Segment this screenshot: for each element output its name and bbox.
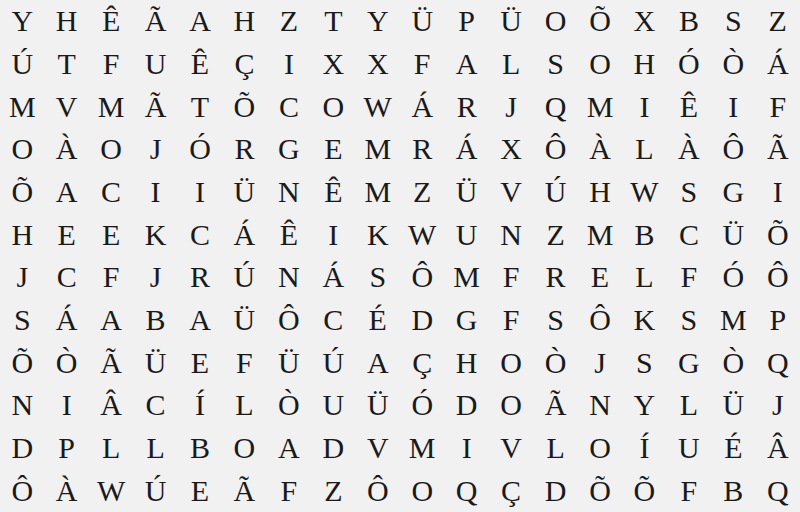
letter-cell[interactable]: U (133, 43, 177, 86)
letter-cell[interactable]: Á (222, 213, 266, 256)
letter-cell[interactable]: E (578, 256, 622, 299)
letter-cell[interactable]: M (356, 171, 400, 214)
letter-cell[interactable]: A (178, 0, 222, 43)
letter-cell[interactable]: C (178, 213, 222, 256)
letter-cell[interactable]: O (89, 128, 133, 171)
letter-cell[interactable]: Ü (711, 384, 755, 427)
letter-cell[interactable]: O (578, 43, 622, 86)
letter-cell[interactable]: Á (756, 43, 800, 86)
letter-cell[interactable]: W (356, 85, 400, 128)
letter-cell[interactable]: X (311, 43, 355, 86)
letter-cell[interactable]: C (133, 384, 177, 427)
letter-cell[interactable]: J (0, 256, 44, 299)
letter-cell[interactable]: Ü (356, 384, 400, 427)
letter-cell[interactable]: A (267, 427, 311, 470)
letter-cell[interactable]: S (622, 341, 666, 384)
letter-cell[interactable]: B (711, 469, 755, 512)
letter-cell[interactable]: L (667, 384, 711, 427)
letter-cell[interactable]: Õ (0, 341, 44, 384)
letter-cell[interactable]: D (0, 427, 44, 470)
letter-cell[interactable]: Ã (133, 85, 177, 128)
letter-cell[interactable]: Ò (711, 43, 755, 86)
letter-cell[interactable]: F (489, 256, 533, 299)
letter-cell[interactable]: Ê (267, 213, 311, 256)
letter-cell[interactable]: R (400, 128, 444, 171)
letter-cell[interactable]: L (533, 427, 577, 470)
letter-cell[interactable]: X (622, 0, 666, 43)
letter-cell[interactable]: Õ (0, 171, 44, 214)
letter-cell[interactable]: Ò (267, 384, 311, 427)
letter-cell[interactable]: L (622, 128, 666, 171)
letter-cell[interactable]: G (267, 128, 311, 171)
letter-cell[interactable]: Ú (311, 341, 355, 384)
letter-cell[interactable]: A (89, 299, 133, 342)
letter-cell[interactable]: D (444, 384, 488, 427)
letter-cell[interactable]: Ü (267, 341, 311, 384)
letter-cell[interactable]: Ü (489, 0, 533, 43)
letter-cell[interactable]: W (400, 213, 444, 256)
letter-cell[interactable]: F (667, 256, 711, 299)
letter-cell[interactable]: A (44, 171, 88, 214)
letter-cell[interactable]: Q (756, 341, 800, 384)
letter-cell[interactable]: I (178, 171, 222, 214)
letter-cell[interactable]: Ò (533, 341, 577, 384)
letter-cell[interactable]: I (444, 427, 488, 470)
letter-cell[interactable]: F (756, 85, 800, 128)
letter-cell[interactable]: Ü (133, 341, 177, 384)
letter-cell[interactable]: H (578, 171, 622, 214)
letter-cell[interactable]: I (267, 43, 311, 86)
letter-cell[interactable]: G (444, 299, 488, 342)
letter-cell[interactable]: É (356, 299, 400, 342)
letter-cell[interactable]: E (89, 213, 133, 256)
letter-cell[interactable]: B (133, 299, 177, 342)
letter-cell[interactable]: C (267, 85, 311, 128)
letter-cell[interactable]: T (44, 43, 88, 86)
letter-cell[interactable]: S (533, 43, 577, 86)
letter-cell[interactable]: O (578, 427, 622, 470)
letter-cell[interactable]: O (489, 341, 533, 384)
letter-cell[interactable]: L (89, 427, 133, 470)
letter-cell[interactable]: V (44, 85, 88, 128)
letter-cell[interactable]: E (178, 469, 222, 512)
letter-cell[interactable]: X (489, 128, 533, 171)
letter-cell[interactable]: Ô (533, 128, 577, 171)
letter-cell[interactable]: C (44, 256, 88, 299)
letter-cell[interactable]: Á (444, 128, 488, 171)
letter-cell[interactable]: K (356, 213, 400, 256)
letter-cell[interactable]: T (178, 85, 222, 128)
letter-cell[interactable]: D (533, 469, 577, 512)
letter-cell[interactable]: Í (622, 427, 666, 470)
letter-cell[interactable]: T (311, 0, 355, 43)
letter-cell[interactable]: J (756, 384, 800, 427)
letter-cell[interactable]: D (400, 299, 444, 342)
letter-cell[interactable]: O (489, 384, 533, 427)
letter-cell[interactable]: Z (400, 171, 444, 214)
letter-cell[interactable]: J (133, 128, 177, 171)
letter-cell[interactable]: I (622, 85, 666, 128)
letter-cell[interactable]: Ã (756, 128, 800, 171)
letter-cell[interactable]: V (489, 171, 533, 214)
letter-cell[interactable]: Ú (222, 256, 266, 299)
letter-cell[interactable]: Y (356, 0, 400, 43)
word-search-grid: YHÊÃAHZTYÜPÜOÕXBSZÚTFUÊÇIXXFALSOHÓÒÁMVMÃ… (0, 0, 800, 512)
letter-cell[interactable]: Õ (756, 213, 800, 256)
letter-cell[interactable]: O (533, 0, 577, 43)
letter-cell[interactable]: N (578, 384, 622, 427)
letter-cell[interactable]: N (0, 384, 44, 427)
letter-cell[interactable]: Ç (400, 341, 444, 384)
letter-cell[interactable]: Ú (133, 469, 177, 512)
letter-cell[interactable]: X (356, 43, 400, 86)
letter-cell[interactable]: Q (756, 469, 800, 512)
letter-cell[interactable]: M (711, 299, 755, 342)
letter-cell[interactable]: S (0, 299, 44, 342)
letter-cell[interactable]: A (356, 341, 400, 384)
letter-cell[interactable]: Ô (0, 469, 44, 512)
letter-cell[interactable]: Ú (533, 171, 577, 214)
letter-cell[interactable]: E (44, 213, 88, 256)
letter-cell[interactable]: B (622, 213, 666, 256)
letter-cell[interactable]: Ô (400, 256, 444, 299)
letter-cell[interactable]: H (222, 0, 266, 43)
letter-cell[interactable]: K (622, 299, 666, 342)
letter-cell[interactable]: C (667, 213, 711, 256)
letter-cell[interactable]: Ê (89, 0, 133, 43)
letter-cell[interactable]: Ü (222, 171, 266, 214)
letter-cell[interactable]: Ü (222, 299, 266, 342)
letter-cell[interactable]: A (444, 43, 488, 86)
letter-cell[interactable]: I (133, 171, 177, 214)
letter-cell[interactable]: V (356, 427, 400, 470)
letter-cell[interactable]: Ç (489, 469, 533, 512)
letter-cell[interactable]: À (44, 128, 88, 171)
letter-cell[interactable]: J (489, 85, 533, 128)
letter-cell[interactable]: Õ (578, 0, 622, 43)
letter-cell[interactable]: H (0, 213, 44, 256)
letter-cell[interactable]: U (667, 427, 711, 470)
letter-cell[interactable]: I (311, 213, 355, 256)
letter-cell[interactable]: M (356, 128, 400, 171)
letter-cell[interactable]: F (222, 341, 266, 384)
letter-cell[interactable]: C (311, 299, 355, 342)
letter-cell[interactable]: À (578, 128, 622, 171)
letter-cell[interactable]: Z (533, 213, 577, 256)
letter-cell[interactable]: Â (89, 384, 133, 427)
letter-cell[interactable]: Y (622, 384, 666, 427)
letter-cell[interactable]: Z (311, 469, 355, 512)
letter-cell[interactable]: Ò (44, 341, 88, 384)
letter-cell[interactable]: H (44, 0, 88, 43)
letter-cell[interactable]: Ã (222, 469, 266, 512)
letter-cell[interactable]: Ó (178, 128, 222, 171)
letter-cell[interactable]: S (711, 0, 755, 43)
letter-cell[interactable]: Ú (0, 43, 44, 86)
letter-cell[interactable]: S (533, 299, 577, 342)
letter-cell[interactable]: U (311, 384, 355, 427)
letter-cell[interactable]: Ô (578, 299, 622, 342)
letter-cell[interactable]: P (44, 427, 88, 470)
letter-cell[interactable]: F (667, 469, 711, 512)
letter-cell[interactable]: O (222, 427, 266, 470)
letter-cell[interactable]: Ô (711, 128, 755, 171)
letter-cell[interactable]: Á (311, 256, 355, 299)
letter-cell[interactable]: C (89, 171, 133, 214)
letter-cell[interactable]: L (222, 384, 266, 427)
letter-cell[interactable]: Z (267, 0, 311, 43)
letter-cell[interactable]: O (0, 128, 44, 171)
letter-cell[interactable]: L (622, 256, 666, 299)
letter-cell[interactable]: Y (0, 0, 44, 43)
letter-cell[interactable]: W (622, 171, 666, 214)
letter-cell[interactable]: I (44, 384, 88, 427)
letter-cell[interactable]: R (178, 256, 222, 299)
letter-cell[interactable]: N (489, 213, 533, 256)
letter-cell[interactable]: M (89, 85, 133, 128)
letter-cell[interactable]: J (578, 341, 622, 384)
letter-cell[interactable]: Ê (667, 85, 711, 128)
letter-cell[interactable]: Z (756, 0, 800, 43)
letter-cell[interactable]: D (311, 427, 355, 470)
letter-cell[interactable]: F (489, 299, 533, 342)
letter-cell[interactable]: J (133, 256, 177, 299)
letter-cell[interactable]: S (667, 171, 711, 214)
letter-cell[interactable]: R (222, 128, 266, 171)
letter-cell[interactable]: Â (756, 427, 800, 470)
letter-cell[interactable]: Õ (222, 85, 266, 128)
letter-cell[interactable]: Ü (400, 0, 444, 43)
letter-cell[interactable]: W (89, 469, 133, 512)
letter-cell[interactable]: E (178, 341, 222, 384)
letter-cell[interactable]: Í (178, 384, 222, 427)
letter-cell[interactable]: M (578, 213, 622, 256)
letter-cell[interactable]: E (311, 128, 355, 171)
letter-cell[interactable]: Ã (133, 0, 177, 43)
letter-cell[interactable]: H (622, 43, 666, 86)
letter-cell[interactable]: Ó (711, 256, 755, 299)
letter-cell[interactable]: Ã (533, 384, 577, 427)
letter-cell[interactable]: S (356, 256, 400, 299)
letter-cell[interactable]: Ô (267, 299, 311, 342)
letter-cell[interactable]: Ü (444, 171, 488, 214)
letter-cell[interactable]: M (578, 85, 622, 128)
letter-cell[interactable]: N (267, 256, 311, 299)
letter-cell[interactable]: F (267, 469, 311, 512)
letter-cell[interactable]: B (667, 0, 711, 43)
letter-cell[interactable]: Á (400, 85, 444, 128)
letter-cell[interactable]: Ò (711, 341, 755, 384)
letter-cell[interactable]: O (311, 85, 355, 128)
letter-cell[interactable]: I (711, 85, 755, 128)
letter-cell[interactable]: L (133, 427, 177, 470)
letter-cell[interactable]: Ô (356, 469, 400, 512)
letter-cell[interactable]: Ê (311, 171, 355, 214)
letter-cell[interactable]: U (444, 213, 488, 256)
letter-cell[interactable]: Ü (711, 213, 755, 256)
letter-cell[interactable]: Q (444, 469, 488, 512)
letter-cell[interactable]: Ç (222, 43, 266, 86)
letter-cell[interactable]: M (0, 85, 44, 128)
letter-cell[interactable]: H (444, 341, 488, 384)
letter-cell[interactable]: V (489, 427, 533, 470)
letter-cell[interactable]: G (711, 171, 755, 214)
letter-cell[interactable]: Ã (89, 341, 133, 384)
letter-cell[interactable]: A (178, 299, 222, 342)
letter-cell[interactable]: F (400, 43, 444, 86)
letter-cell[interactable]: Ê (178, 43, 222, 86)
letter-cell[interactable]: L (489, 43, 533, 86)
letter-cell[interactable]: Ó (667, 43, 711, 86)
letter-cell[interactable]: G (667, 341, 711, 384)
letter-cell[interactable]: É (711, 427, 755, 470)
letter-cell[interactable]: Ô (756, 256, 800, 299)
letter-cell[interactable]: Q (533, 85, 577, 128)
letter-cell[interactable]: P (756, 299, 800, 342)
letter-cell[interactable]: Õ (622, 469, 666, 512)
letter-cell[interactable]: I (756, 171, 800, 214)
letter-cell[interactable]: À (44, 469, 88, 512)
letter-cell[interactable]: O (400, 469, 444, 512)
letter-cell[interactable]: M (400, 427, 444, 470)
letter-cell[interactable]: Õ (578, 469, 622, 512)
letter-cell[interactable]: S (667, 299, 711, 342)
letter-cell[interactable]: P (444, 0, 488, 43)
letter-cell[interactable]: F (89, 43, 133, 86)
letter-cell[interactable]: Ó (400, 384, 444, 427)
letter-cell[interactable]: R (444, 85, 488, 128)
letter-cell[interactable]: N (267, 171, 311, 214)
letter-cell[interactable]: B (178, 427, 222, 470)
letter-cell[interactable]: Á (44, 299, 88, 342)
letter-cell[interactable]: K (133, 213, 177, 256)
letter-cell[interactable]: M (444, 256, 488, 299)
letter-cell[interactable]: F (89, 256, 133, 299)
letter-cell[interactable]: À (667, 128, 711, 171)
letter-cell[interactable]: R (533, 256, 577, 299)
